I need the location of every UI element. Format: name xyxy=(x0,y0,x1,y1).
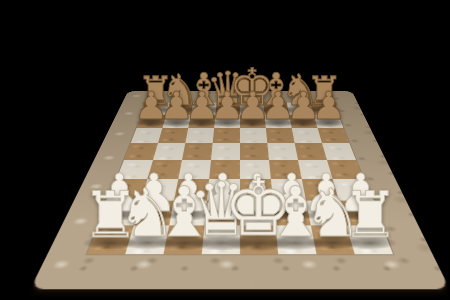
photo-stage: ♜♞♝♛♚♝♞♜♟♟♟♟♟♟♟♟♟♟♟♟♟♟♟♟♜♞♝♛♚♝♞♜ xyxy=(0,0,450,300)
piece-white-rook-h1: ♜ xyxy=(341,183,398,247)
pieces-layer: ♜♞♝♛♚♝♞♜♟♟♟♟♟♟♟♟♟♟♟♟♟♟♟♟♜♞♝♛♚♝♞♜ xyxy=(0,0,450,300)
piece-brown-pawn-h7: ♟ xyxy=(311,87,345,125)
